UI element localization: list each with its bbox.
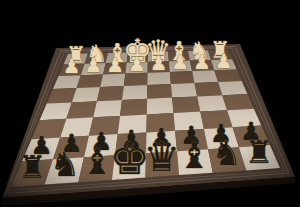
scene: ♜♞♝♚♛♝♞♜♟♟♟♟♟♟♟♟♟♟♟♟♟♟♟♟♜♞♝♚♛♝♞♜	[0, 0, 300, 207]
chessboard: ♜♞♝♚♛♝♞♜♟♟♟♟♟♟♟♟♟♟♟♟♟♟♟♟♜♞♝♚♛♝♞♜	[0, 0, 300, 207]
vignette	[0, 0, 300, 207]
